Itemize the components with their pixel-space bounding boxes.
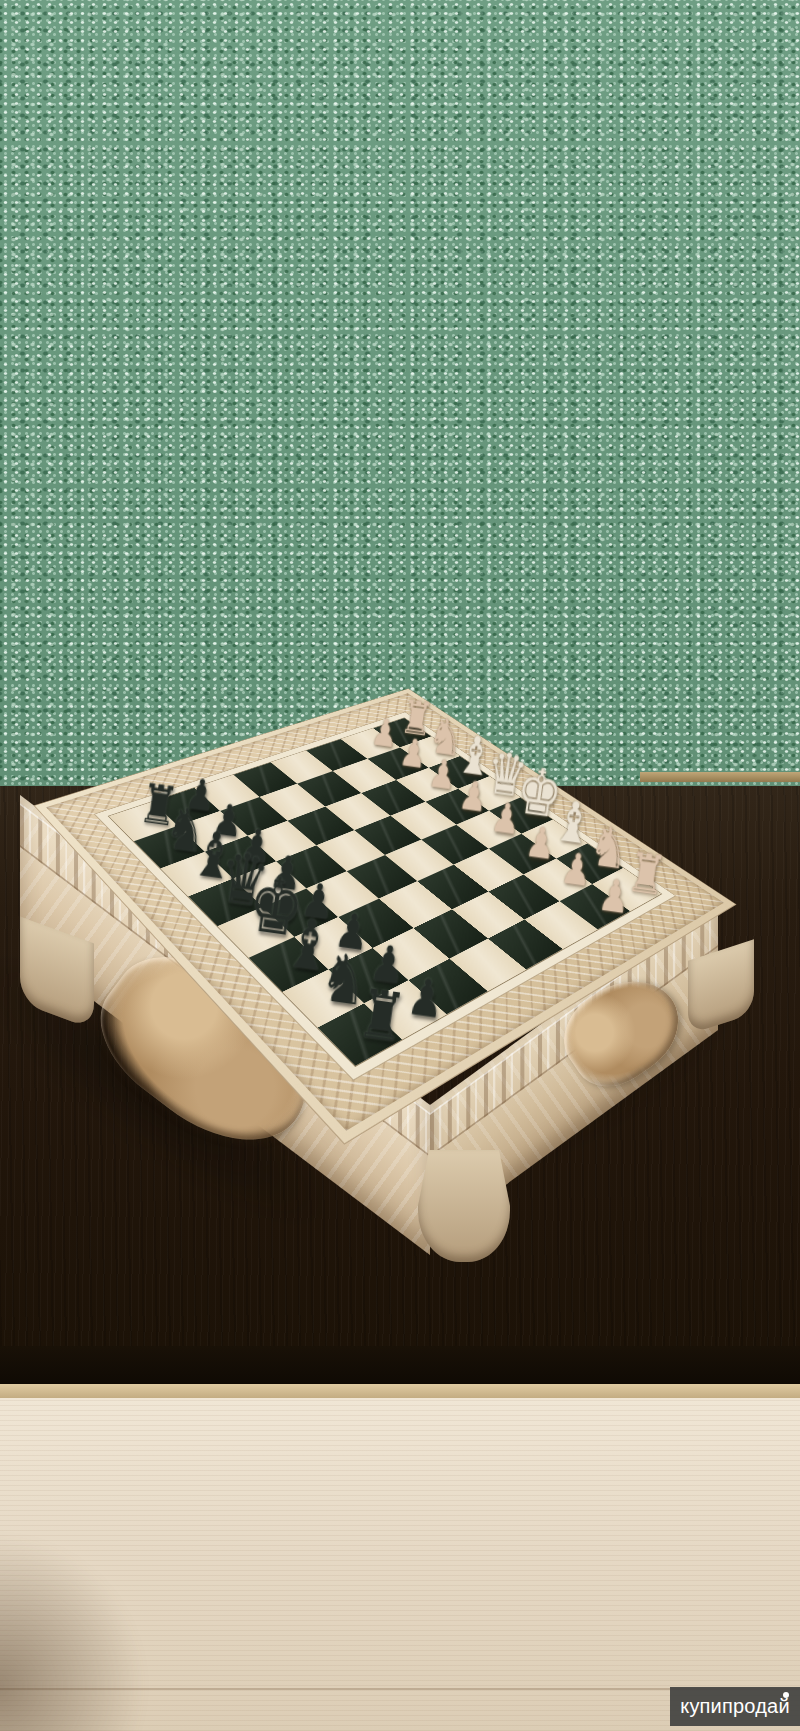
photo-scene: ♜♟♟♜♞♟♟♞♝♟♟♝♛♟♟♛♚♟♟♚♝♟♟♝♞♟♟♞♜♟♟♜ купипро… (0, 0, 800, 1731)
square-a8: ♜ (109, 802, 178, 842)
square-e4 (385, 840, 454, 882)
wall-background (0, 0, 800, 788)
table-edge-highlight (0, 1384, 800, 1398)
baseboard-line (640, 772, 800, 782)
box-foot-near (418, 1150, 510, 1262)
watermark-label: купипродай (680, 1695, 790, 1718)
square-h2: ♟ (559, 884, 630, 929)
table-front-edge (0, 1346, 800, 1384)
drawer-corner-shadow (0, 1530, 150, 1731)
watermark: купипродай (670, 1687, 800, 1726)
square-h8: ♜ (318, 1003, 403, 1066)
square-e8: ♚ (218, 907, 295, 958)
watermark-dot-icon (783, 1692, 789, 1698)
